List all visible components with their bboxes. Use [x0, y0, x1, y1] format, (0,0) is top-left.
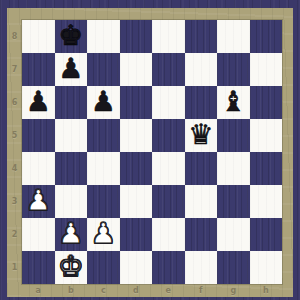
rank-label-1: 1 [7, 251, 22, 284]
square-b6[interactable] [55, 86, 88, 119]
square-d6[interactable] [120, 86, 153, 119]
square-f4[interactable] [185, 152, 218, 185]
black-king[interactable]: ♚ [58, 22, 83, 50]
square-d8[interactable] [120, 20, 153, 53]
square-b8[interactable]: ♚ [55, 20, 88, 53]
square-h1[interactable] [250, 251, 283, 284]
rank-label-8: 8 [7, 20, 22, 53]
square-e5[interactable] [152, 119, 185, 152]
file-label-f: f [185, 284, 218, 297]
rank-label-5: 5 [7, 119, 22, 152]
square-g1[interactable] [217, 251, 250, 284]
file-label-g: g [217, 284, 250, 297]
square-e3[interactable] [152, 185, 185, 218]
square-f5[interactable]: ♛ [185, 119, 218, 152]
square-d5[interactable] [120, 119, 153, 152]
board-outer-frame: 87654321 abcdefgh ♚♟♟♟♝♛♟♟♟♚ [0, 0, 300, 300]
black-pawn[interactable]: ♟ [91, 88, 116, 116]
square-f7[interactable] [185, 53, 218, 86]
square-a4[interactable] [22, 152, 55, 185]
square-g8[interactable] [217, 20, 250, 53]
rank-label-3: 3 [7, 185, 22, 218]
square-c8[interactable] [87, 20, 120, 53]
square-c7[interactable] [87, 53, 120, 86]
file-label-e: e [152, 284, 185, 297]
square-e1[interactable] [152, 251, 185, 284]
square-c2[interactable]: ♟ [87, 218, 120, 251]
square-d7[interactable] [120, 53, 153, 86]
square-a3[interactable]: ♟ [22, 185, 55, 218]
square-d2[interactable] [120, 218, 153, 251]
white-pawn[interactable]: ♟ [58, 220, 83, 248]
square-f3[interactable] [185, 185, 218, 218]
board: ♚♟♟♟♝♛♟♟♟♚ [22, 20, 282, 284]
rank-label-2: 2 [7, 218, 22, 251]
square-c5[interactable] [87, 119, 120, 152]
square-g6[interactable]: ♝ [217, 86, 250, 119]
square-e8[interactable] [152, 20, 185, 53]
file-label-h: h [250, 284, 283, 297]
black-queen[interactable]: ♛ [188, 121, 213, 149]
white-pawn[interactable]: ♟ [91, 220, 116, 248]
square-e7[interactable] [152, 53, 185, 86]
square-g7[interactable] [217, 53, 250, 86]
file-label-c: c [87, 284, 120, 297]
square-g4[interactable] [217, 152, 250, 185]
square-a2[interactable] [22, 218, 55, 251]
square-g2[interactable] [217, 218, 250, 251]
square-h5[interactable] [250, 119, 283, 152]
rank-labels: 87654321 [7, 20, 22, 284]
square-f2[interactable] [185, 218, 218, 251]
square-h4[interactable] [250, 152, 283, 185]
square-f1[interactable] [185, 251, 218, 284]
square-c1[interactable] [87, 251, 120, 284]
square-b5[interactable] [55, 119, 88, 152]
square-g5[interactable] [217, 119, 250, 152]
black-bishop[interactable]: ♝ [221, 88, 246, 116]
file-label-d: d [120, 284, 153, 297]
square-h3[interactable] [250, 185, 283, 218]
square-h7[interactable] [250, 53, 283, 86]
square-d1[interactable] [120, 251, 153, 284]
square-a1[interactable] [22, 251, 55, 284]
square-c4[interactable] [87, 152, 120, 185]
file-labels: abcdefgh [22, 284, 282, 297]
square-c3[interactable] [87, 185, 120, 218]
rank-label-7: 7 [7, 53, 22, 86]
rank-label-4: 4 [7, 152, 22, 185]
file-label-a: a [22, 284, 55, 297]
black-pawn[interactable]: ♟ [26, 88, 51, 116]
square-h6[interactable] [250, 86, 283, 119]
square-b4[interactable] [55, 152, 88, 185]
square-e6[interactable] [152, 86, 185, 119]
square-a8[interactable] [22, 20, 55, 53]
square-e2[interactable] [152, 218, 185, 251]
square-c6[interactable]: ♟ [87, 86, 120, 119]
square-b7[interactable]: ♟ [55, 53, 88, 86]
square-b1[interactable]: ♚ [55, 251, 88, 284]
square-h2[interactable] [250, 218, 283, 251]
square-d3[interactable] [120, 185, 153, 218]
square-g3[interactable] [217, 185, 250, 218]
square-h8[interactable] [250, 20, 283, 53]
rank-label-6: 6 [7, 86, 22, 119]
square-a6[interactable]: ♟ [22, 86, 55, 119]
square-e4[interactable] [152, 152, 185, 185]
white-king[interactable]: ♚ [58, 253, 83, 281]
square-a5[interactable] [22, 119, 55, 152]
square-f8[interactable] [185, 20, 218, 53]
square-f6[interactable] [185, 86, 218, 119]
file-label-b: b [55, 284, 88, 297]
black-pawn[interactable]: ♟ [58, 55, 83, 83]
square-b2[interactable]: ♟ [55, 218, 88, 251]
white-pawn[interactable]: ♟ [26, 187, 51, 215]
square-b3[interactable] [55, 185, 88, 218]
square-a7[interactable] [22, 53, 55, 86]
square-d4[interactable] [120, 152, 153, 185]
